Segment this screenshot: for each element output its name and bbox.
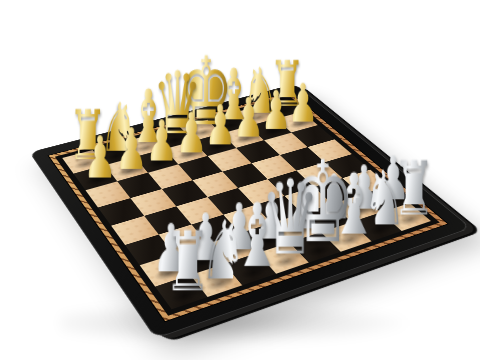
scene: ♜♞♝♛♚♝♞♜♟♟♟♟♟♟♟♟♟♟♟♟♟♟♟♟♜♞♝♛♚♝♞♜ (0, 0, 480, 360)
chessboard: ♜♞♝♛♚♝♞♜♟♟♟♟♟♟♟♟♟♟♟♟♟♟♟♟♜♞♝♛♚♝♞♜ (29, 84, 471, 339)
inlay-border: ♜♞♝♛♚♝♞♜♟♟♟♟♟♟♟♟♟♟♟♟♟♟♟♟♜♞♝♛♚♝♞♜ (48, 92, 449, 322)
inner-border: ♜♞♝♛♚♝♞♜♟♟♟♟♟♟♟♟♟♟♟♟♟♟♟♟♜♞♝♛♚♝♞♜ (55, 95, 440, 315)
board-grid: ♜♞♝♛♚♝♞♜♟♟♟♟♟♟♟♟♟♟♟♟♟♟♟♟♜♞♝♛♚♝♞♜ (62, 99, 431, 310)
board-frame: ♜♞♝♛♚♝♞♜♟♟♟♟♟♟♟♟♟♟♟♟♟♟♟♟♜♞♝♛♚♝♞♜ (29, 84, 471, 339)
silver-pawn: ♟ (355, 150, 430, 205)
gold-rook: ♜ (255, 56, 320, 114)
